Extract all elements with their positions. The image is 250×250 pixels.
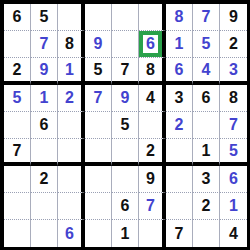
cell-r5c3[interactable]	[58, 112, 85, 139]
cell-r7c2[interactable]: 2	[31, 166, 58, 193]
cell-r4c6[interactable]: 4	[139, 85, 166, 112]
cell-r2c5[interactable]	[112, 31, 139, 58]
cell-r2c6[interactable]: 6	[139, 31, 166, 58]
cell-r9c2[interactable]	[31, 220, 58, 247]
cell-r8c5[interactable]: 6	[112, 193, 139, 220]
cell-r6c3[interactable]	[58, 139, 85, 166]
cell-r3c5[interactable]: 7	[112, 58, 139, 85]
cell-r3c9[interactable]: 3	[220, 58, 247, 85]
cell-r5c6[interactable]	[139, 112, 166, 139]
cell-r6c7[interactable]	[166, 139, 193, 166]
cell-r1c4[interactable]	[85, 4, 112, 31]
cell-r6c1[interactable]: 7	[4, 139, 31, 166]
cell-r5c4[interactable]	[85, 112, 112, 139]
cell-r2c4[interactable]: 9	[85, 31, 112, 58]
cell-r7c9[interactable]: 6	[220, 166, 247, 193]
cell-r4c9[interactable]: 8	[220, 85, 247, 112]
cell-r7c5[interactable]	[112, 166, 139, 193]
cell-r8c2[interactable]	[31, 193, 58, 220]
cell-r6c8[interactable]: 1	[193, 139, 220, 166]
cell-r9c9[interactable]: 4	[220, 220, 247, 247]
cell-r3c8[interactable]: 4	[193, 58, 220, 85]
cell-r9c8[interactable]	[193, 220, 220, 247]
cell-r7c7[interactable]	[166, 166, 193, 193]
cell-r2c9[interactable]: 2	[220, 31, 247, 58]
sudoku-board: 6587978961522915786435127943686527721529…	[0, 0, 250, 250]
cell-r9c1[interactable]	[4, 220, 31, 247]
cell-r9c3[interactable]: 6	[58, 220, 85, 247]
cell-r6c6[interactable]: 2	[139, 139, 166, 166]
cell-r1c1[interactable]: 6	[4, 4, 31, 31]
cell-r4c8[interactable]: 6	[193, 85, 220, 112]
cell-r6c5[interactable]	[112, 139, 139, 166]
cell-r1c5[interactable]	[112, 4, 139, 31]
cell-r9c6[interactable]	[139, 220, 166, 247]
cell-r8c7[interactable]	[166, 193, 193, 220]
cell-r8c9[interactable]: 1	[220, 193, 247, 220]
cell-r4c4[interactable]: 7	[85, 85, 112, 112]
cell-r4c5[interactable]: 9	[112, 85, 139, 112]
cell-r3c1[interactable]: 2	[4, 58, 31, 85]
cell-r8c6[interactable]: 7	[139, 193, 166, 220]
cell-r7c8[interactable]: 3	[193, 166, 220, 193]
cell-r1c3[interactable]	[58, 4, 85, 31]
cell-r3c2[interactable]: 9	[31, 58, 58, 85]
cell-r2c2[interactable]: 7	[31, 31, 58, 58]
cell-r1c9[interactable]: 9	[220, 4, 247, 31]
cell-r7c4[interactable]	[85, 166, 112, 193]
cell-r6c2[interactable]	[31, 139, 58, 166]
cell-r7c6[interactable]: 9	[139, 166, 166, 193]
cell-r1c6[interactable]	[139, 4, 166, 31]
cell-r3c3[interactable]: 1	[58, 58, 85, 85]
cell-r6c4[interactable]	[85, 139, 112, 166]
cell-r6c9[interactable]: 5	[220, 139, 247, 166]
cell-r3c4[interactable]: 5	[85, 58, 112, 85]
cell-r2c1[interactable]	[4, 31, 31, 58]
cell-r9c5[interactable]: 1	[112, 220, 139, 247]
cell-r1c8[interactable]: 7	[193, 4, 220, 31]
cell-r4c2[interactable]: 1	[31, 85, 58, 112]
cell-r3c6[interactable]: 8	[139, 58, 166, 85]
cell-r4c3[interactable]: 2	[58, 85, 85, 112]
cell-r5c1[interactable]	[4, 112, 31, 139]
cell-r4c1[interactable]: 5	[4, 85, 31, 112]
cell-r2c3[interactable]: 8	[58, 31, 85, 58]
cell-r7c1[interactable]	[4, 166, 31, 193]
cell-r2c8[interactable]: 5	[193, 31, 220, 58]
cell-r9c7[interactable]: 7	[166, 220, 193, 247]
cell-r5c2[interactable]: 6	[31, 112, 58, 139]
cell-r3c7[interactable]: 6	[166, 58, 193, 85]
cell-r8c1[interactable]	[4, 193, 31, 220]
cell-r4c7[interactable]: 3	[166, 85, 193, 112]
cell-r8c4[interactable]	[85, 193, 112, 220]
cell-r1c2[interactable]: 5	[31, 4, 58, 31]
cell-r5c9[interactable]: 7	[220, 112, 247, 139]
cell-r5c5[interactable]: 5	[112, 112, 139, 139]
cell-r2c7[interactable]: 1	[166, 31, 193, 58]
cell-r8c8[interactable]: 2	[193, 193, 220, 220]
cell-r1c7[interactable]: 8	[166, 4, 193, 31]
cell-r9c4[interactable]	[85, 220, 112, 247]
cell-r5c7[interactable]: 2	[166, 112, 193, 139]
cell-r8c3[interactable]	[58, 193, 85, 220]
cell-r5c8[interactable]	[193, 112, 220, 139]
cell-r7c3[interactable]	[58, 166, 85, 193]
